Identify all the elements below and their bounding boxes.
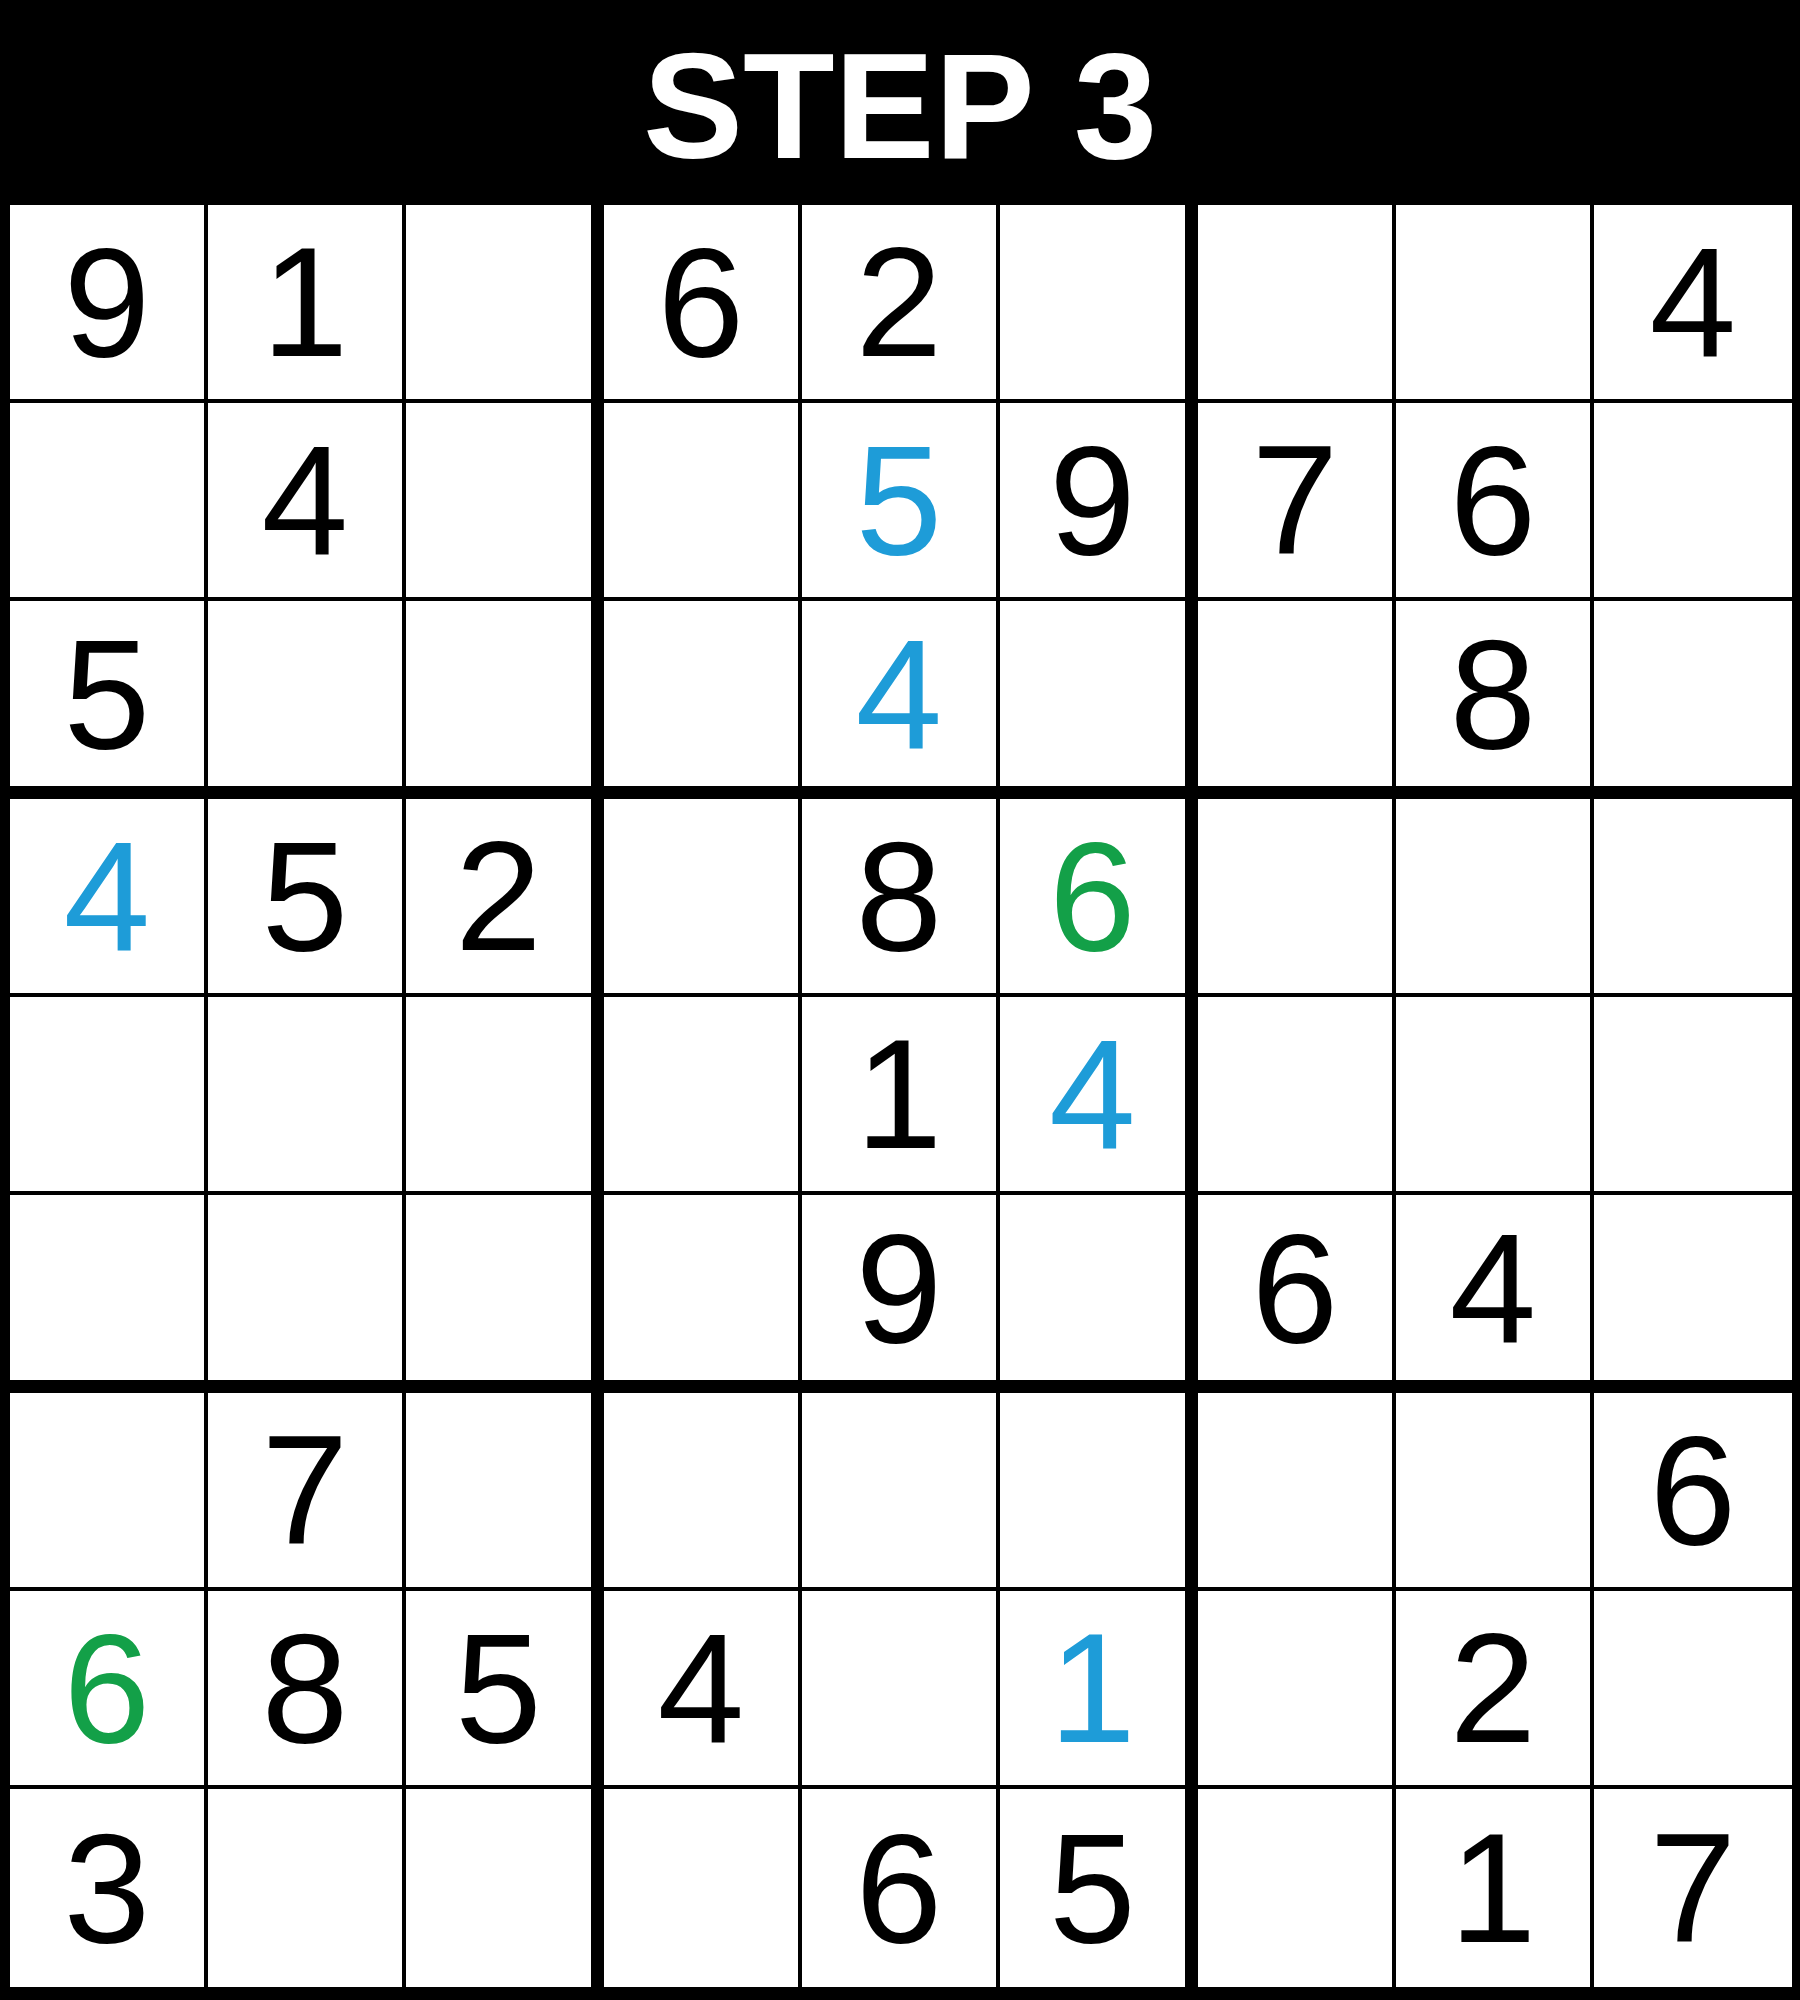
cell-r5c3[interactable]: [406, 997, 604, 1195]
cell-r7c2[interactable]: 7: [208, 1393, 406, 1591]
cell-r3c8[interactable]: 8: [1396, 601, 1594, 799]
cell-r8c8[interactable]: 2: [1396, 1591, 1594, 1789]
cell-r2c6[interactable]: 9: [1000, 403, 1198, 601]
cell-r9c6[interactable]: 5: [1000, 1789, 1198, 1987]
cell-r7c1[interactable]: [10, 1393, 208, 1591]
cell-r8c7[interactable]: [1198, 1591, 1396, 1789]
cell-r4c5[interactable]: 8: [802, 799, 1000, 997]
sudoku-step-diagram: STEP 3 916244597654845286149647668541236…: [0, 0, 1800, 2000]
cell-r7c4[interactable]: [604, 1393, 802, 1591]
cell-r5c7[interactable]: [1198, 997, 1396, 1195]
cell-r1c1[interactable]: 9: [10, 205, 208, 403]
cell-r9c4[interactable]: [604, 1789, 802, 1987]
cell-r9c8[interactable]: 1: [1396, 1789, 1594, 1987]
cell-r2c7[interactable]: 7: [1198, 403, 1396, 601]
cell-r3c9[interactable]: [1594, 601, 1792, 799]
cell-r3c1[interactable]: 5: [10, 601, 208, 799]
cell-r8c9[interactable]: [1594, 1591, 1792, 1789]
cell-r5c4[interactable]: [604, 997, 802, 1195]
cell-r8c3[interactable]: 5: [406, 1591, 604, 1789]
cell-r5c9[interactable]: [1594, 997, 1792, 1195]
cell-r8c6[interactable]: 1: [1000, 1591, 1198, 1789]
cell-r4c9[interactable]: [1594, 799, 1792, 997]
cell-r1c8[interactable]: [1396, 205, 1594, 403]
cell-r6c9[interactable]: [1594, 1195, 1792, 1393]
cell-r6c7[interactable]: 6: [1198, 1195, 1396, 1393]
cell-r9c3[interactable]: [406, 1789, 604, 1987]
sudoku-board: 916244597654845286149647668541236517: [0, 197, 1800, 2000]
cell-r3c5[interactable]: 4: [802, 601, 1000, 799]
cell-r9c5[interactable]: 6: [802, 1789, 1000, 1987]
cell-r4c7[interactable]: [1198, 799, 1396, 997]
cell-r5c8[interactable]: [1396, 997, 1594, 1195]
cell-r1c4[interactable]: 6: [604, 205, 802, 403]
cell-r6c8[interactable]: 4: [1396, 1195, 1594, 1393]
cell-r6c2[interactable]: [208, 1195, 406, 1393]
cell-r5c1[interactable]: [10, 997, 208, 1195]
cell-r8c1[interactable]: 6: [10, 1591, 208, 1789]
cell-r4c6[interactable]: 6: [1000, 799, 1198, 997]
cell-r7c7[interactable]: [1198, 1393, 1396, 1591]
cell-r2c2[interactable]: 4: [208, 403, 406, 601]
cell-r7c6[interactable]: [1000, 1393, 1198, 1591]
cell-r3c3[interactable]: [406, 601, 604, 799]
cell-r3c4[interactable]: [604, 601, 802, 799]
cell-r7c3[interactable]: [406, 1393, 604, 1591]
cell-r2c1[interactable]: [10, 403, 208, 601]
cell-r9c9[interactable]: 7: [1594, 1789, 1792, 1987]
cell-r9c2[interactable]: [208, 1789, 406, 1987]
cell-r3c7[interactable]: [1198, 601, 1396, 799]
cell-r1c6[interactable]: [1000, 205, 1198, 403]
cell-r2c5[interactable]: 5: [802, 403, 1000, 601]
cell-r4c8[interactable]: [1396, 799, 1594, 997]
cell-r1c2[interactable]: 1: [208, 205, 406, 403]
cell-r3c2[interactable]: [208, 601, 406, 799]
page-title: STEP 3: [643, 17, 1157, 181]
cell-r9c7[interactable]: [1198, 1789, 1396, 1987]
cell-r6c1[interactable]: [10, 1195, 208, 1393]
cell-r1c7[interactable]: [1198, 205, 1396, 403]
cell-r2c4[interactable]: [604, 403, 802, 601]
cell-r1c5[interactable]: 2: [802, 205, 1000, 403]
cell-r6c4[interactable]: [604, 1195, 802, 1393]
cell-r4c1[interactable]: 4: [10, 799, 208, 997]
cell-r4c4[interactable]: [604, 799, 802, 997]
cell-r4c3[interactable]: 2: [406, 799, 604, 997]
cell-r7c5[interactable]: [802, 1393, 1000, 1591]
cell-r8c5[interactable]: [802, 1591, 1000, 1789]
cell-r3c6[interactable]: [1000, 601, 1198, 799]
cell-r2c3[interactable]: [406, 403, 604, 601]
cell-r6c3[interactable]: [406, 1195, 604, 1393]
cell-r6c5[interactable]: 9: [802, 1195, 1000, 1393]
cell-r1c3[interactable]: [406, 205, 604, 403]
cell-r7c9[interactable]: 6: [1594, 1393, 1792, 1591]
cell-r6c6[interactable]: [1000, 1195, 1198, 1393]
cell-r8c2[interactable]: 8: [208, 1591, 406, 1789]
cell-r1c9[interactable]: 4: [1594, 205, 1792, 403]
cell-r9c1[interactable]: 3: [10, 1789, 208, 1987]
cell-r8c4[interactable]: 4: [604, 1591, 802, 1789]
cell-r5c6[interactable]: 4: [1000, 997, 1198, 1195]
header-bar: STEP 3: [0, 0, 1800, 197]
cell-r5c2[interactable]: [208, 997, 406, 1195]
cell-r4c2[interactable]: 5: [208, 799, 406, 997]
cell-r5c5[interactable]: 1: [802, 997, 1000, 1195]
cell-r2c8[interactable]: 6: [1396, 403, 1594, 601]
cell-r7c8[interactable]: [1396, 1393, 1594, 1591]
cell-r2c9[interactable]: [1594, 403, 1792, 601]
